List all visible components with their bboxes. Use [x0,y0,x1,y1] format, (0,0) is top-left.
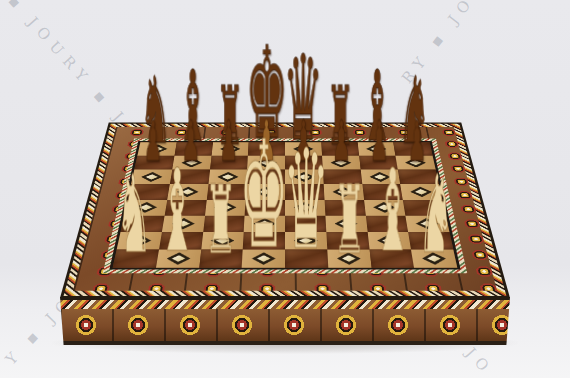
piece-white-N-a1[interactable]: ♞ [116,163,152,265]
square-e1[interactable]: ♛ [285,249,328,267]
square-g1[interactable]: ♝ [369,249,414,267]
piece-white-B-b1[interactable]: ♝ [158,157,196,265]
chess-board-top: ♞♝♜♚♛♜♝♞♟♟♟♟♟♟♟♟♞♝♜♚♛♜♝♞ [60,122,510,298]
square-c1[interactable]: ♜ [199,249,243,267]
piece-dark-P-f7[interactable]: ♟ [332,114,351,168]
piece-white-B-g1[interactable]: ♝ [373,157,411,265]
mosaic-rosette-border: ♞♝♜♚♛♜♝♞♟♟♟♟♟♟♟♟♞♝♜♚♛♜♝♞ [73,127,497,291]
square-a1[interactable]: ♞ [113,249,159,267]
square-b1[interactable]: ♝ [156,249,201,267]
square-d1[interactable]: ♚ [242,249,285,267]
box-front-face [60,297,510,345]
piece-white-K-d1[interactable]: ♚ [238,125,288,266]
piece-dark-P-c7[interactable]: ♟ [219,114,238,168]
box-mosaic-band [60,309,510,341]
board-outer-edge: ♞♝♜♚♛♜♝♞♟♟♟♟♟♟♟♟♞♝♜♚♛♜♝♞ [60,122,510,298]
square-h1[interactable]: ♞ [411,249,457,267]
inner-border-line: ♞♝♜♚♛♜♝♞♟♟♟♟♟♟♟♟♞♝♜♚♛♜♝♞ [109,141,460,270]
playing-field: ♞♝♜♚♛♜♝♞♟♟♟♟♟♟♟♟♞♝♜♚♛♜♝♞ [113,142,458,267]
piece-white-R-f1[interactable]: ♜ [334,176,366,266]
box-stripe-band [60,300,510,309]
square-f1[interactable]: ♜ [327,249,371,267]
piece-white-N-h1[interactable]: ♞ [418,163,454,265]
mosaic-chevron-border: ♞♝♜♚♛♜♝♞♟♟♟♟♟♟♟♟♞♝♜♚♛♜♝♞ [103,138,468,273]
mosaic-stripe-border: ♞♝♜♚♛♜♝♞♟♟♟♟♟♟♟♟♞♝♜♚♛♜♝♞ [64,124,507,296]
product-photo-scene: ▪ JOURY ▪ JOU RY ▪ JOURY ▪ JOURY JOUR Y … [0,0,570,378]
piece-white-Q-e1[interactable]: ♛ [283,135,329,266]
piece-white-R-c1[interactable]: ♜ [205,176,237,266]
box-bottom-edge [60,341,510,345]
